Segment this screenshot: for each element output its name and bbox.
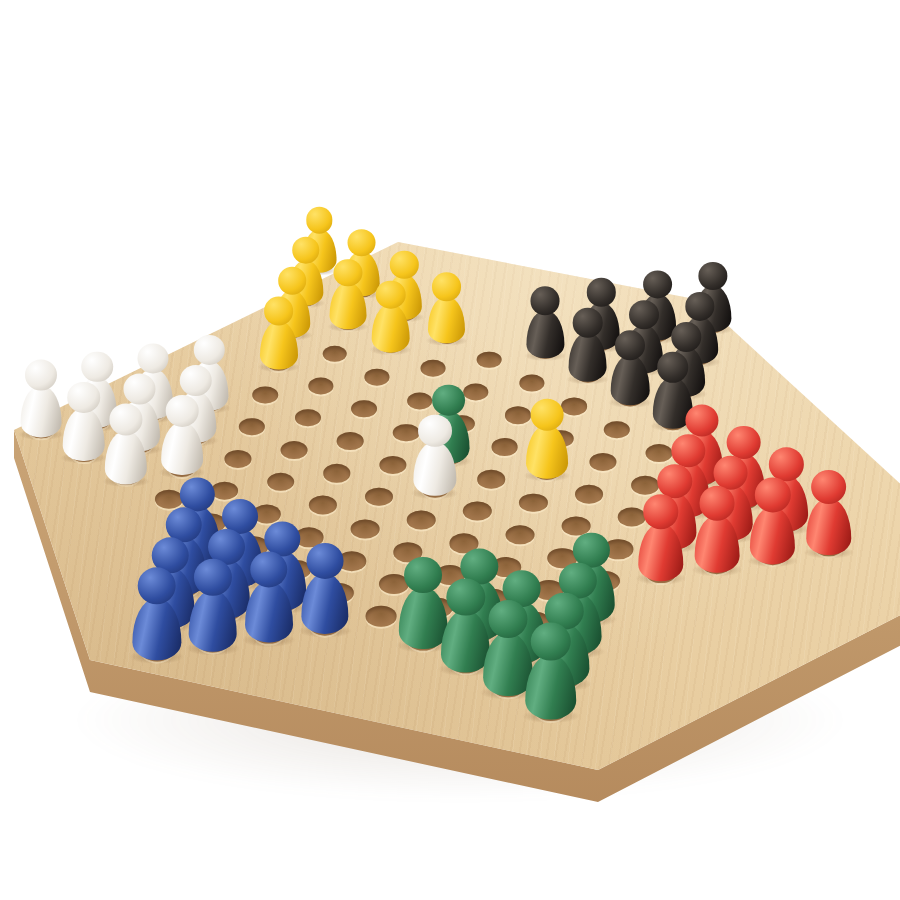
peg-head bbox=[432, 273, 461, 301]
peg-black[interactable] bbox=[526, 286, 564, 358]
peg-red[interactable] bbox=[750, 478, 795, 564]
peg-head bbox=[250, 551, 288, 588]
peg-head bbox=[489, 600, 528, 638]
peg-yellow[interactable] bbox=[260, 297, 298, 370]
peg-body bbox=[161, 423, 203, 476]
peg-head bbox=[685, 292, 715, 321]
peg-white[interactable] bbox=[105, 403, 147, 484]
peg-red[interactable] bbox=[694, 486, 739, 573]
peg-body bbox=[638, 524, 684, 582]
peg-head bbox=[755, 478, 790, 512]
peg-white[interactable] bbox=[21, 360, 61, 437]
peg-head bbox=[685, 404, 718, 436]
peg-head bbox=[418, 415, 451, 447]
peg-head bbox=[376, 281, 405, 309]
peg-head bbox=[643, 270, 672, 298]
peg-head bbox=[348, 229, 376, 256]
peg-head bbox=[25, 360, 57, 391]
peg-white[interactable] bbox=[161, 395, 203, 475]
peg-body bbox=[414, 442, 457, 496]
peg-head bbox=[194, 335, 225, 365]
peg-head bbox=[110, 403, 143, 435]
peg-head bbox=[292, 237, 320, 264]
peg-body bbox=[399, 588, 447, 649]
peg-head bbox=[699, 486, 735, 521]
peg-head bbox=[530, 286, 559, 315]
peg-head bbox=[629, 300, 659, 329]
peg-black[interactable] bbox=[610, 330, 649, 405]
peg-head bbox=[194, 559, 232, 596]
peg-head bbox=[671, 322, 701, 352]
peg-head bbox=[811, 470, 846, 504]
peg-head bbox=[531, 398, 564, 430]
peg-head bbox=[587, 278, 616, 306]
peg-body bbox=[525, 655, 576, 719]
peg-body bbox=[63, 409, 104, 461]
peg-head bbox=[138, 343, 169, 373]
peg-body bbox=[105, 431, 147, 484]
peg-head bbox=[671, 434, 705, 467]
peg-white[interactable] bbox=[63, 382, 104, 461]
peg-head bbox=[404, 557, 442, 594]
peg-head bbox=[166, 395, 199, 427]
peg-head bbox=[531, 622, 571, 661]
peg-head bbox=[180, 365, 212, 396]
peg-head bbox=[727, 426, 761, 459]
peg-head bbox=[264, 297, 294, 326]
peg-body bbox=[260, 322, 298, 370]
peg-head bbox=[713, 456, 748, 490]
peg-green[interactable] bbox=[525, 622, 576, 719]
peg-head bbox=[306, 543, 343, 579]
peg-body bbox=[526, 311, 564, 358]
peg-yellow[interactable] bbox=[372, 281, 409, 352]
peg-head bbox=[306, 207, 333, 233]
peg-yellow[interactable] bbox=[526, 398, 568, 478]
peg-black[interactable] bbox=[568, 308, 606, 382]
peg-body bbox=[568, 333, 606, 381]
peg-head bbox=[699, 262, 728, 290]
peg-head bbox=[573, 308, 603, 337]
peg-blue[interactable] bbox=[301, 543, 349, 634]
peg-head bbox=[643, 494, 679, 529]
peg-head bbox=[657, 352, 688, 383]
peg-red[interactable] bbox=[638, 494, 684, 581]
chinese-checkers-photo bbox=[0, 0, 900, 900]
peg-body bbox=[526, 426, 568, 479]
peg-head bbox=[432, 385, 464, 417]
peg-body bbox=[806, 499, 851, 555]
peg-yellow[interactable] bbox=[428, 273, 465, 344]
peg-head bbox=[447, 579, 485, 616]
peg-blue[interactable] bbox=[189, 559, 237, 651]
peg-body bbox=[694, 515, 739, 572]
peg-body bbox=[428, 297, 465, 344]
peg-body bbox=[21, 386, 61, 437]
peg-head bbox=[67, 382, 99, 413]
peg-head bbox=[334, 259, 363, 287]
peg-body bbox=[189, 591, 237, 652]
peg-white[interactable] bbox=[414, 415, 457, 496]
peg-body bbox=[372, 305, 409, 352]
peg-body bbox=[330, 283, 366, 329]
peg-green[interactable] bbox=[399, 557, 447, 649]
peg-head bbox=[657, 464, 692, 498]
peg-head bbox=[278, 267, 307, 295]
peg-head bbox=[615, 330, 646, 360]
peg-head bbox=[124, 373, 156, 404]
peg-blue[interactable] bbox=[245, 551, 293, 643]
peg-head bbox=[769, 448, 803, 481]
peg-yellow[interactable] bbox=[330, 259, 366, 329]
peg-body bbox=[610, 356, 649, 406]
peg-body bbox=[301, 574, 349, 634]
peg-red[interactable] bbox=[806, 470, 851, 556]
peg-body bbox=[245, 582, 293, 642]
peg-head bbox=[81, 352, 112, 383]
peg-body bbox=[750, 507, 795, 564]
pegs-layer bbox=[0, 0, 900, 900]
peg-head bbox=[138, 567, 176, 604]
peg-blue[interactable] bbox=[133, 567, 182, 660]
peg-head bbox=[390, 251, 418, 279]
peg-body bbox=[133, 599, 182, 660]
